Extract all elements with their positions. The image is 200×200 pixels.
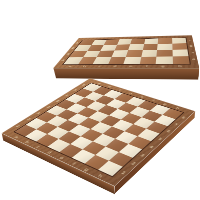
board-square	[156, 56, 173, 64]
board-square	[138, 129, 160, 142]
board-square	[72, 149, 96, 163]
open-board-file-labels-bottom: abcdefgh	[9, 133, 111, 182]
coordinate-label: g	[83, 167, 90, 171]
folded-board-front-edge	[53, 68, 199, 80]
board-square	[112, 120, 133, 132]
open-board-grid	[13, 83, 184, 178]
board-square	[25, 129, 47, 141]
board-square	[123, 57, 141, 64]
board-square	[70, 136, 93, 149]
open-chessboard: abcdefgh abcdefgh 87654321 87654321	[2, 78, 195, 186]
board-square	[103, 127, 125, 139]
coordinate-label: 1	[188, 40, 191, 42]
board-square	[81, 129, 103, 141]
board-square	[47, 127, 69, 139]
board-square	[59, 132, 81, 145]
board-square	[98, 161, 123, 176]
coordinate-label: 3	[191, 52, 195, 54]
board-square	[172, 56, 189, 64]
board-square	[119, 144, 142, 158]
product-photo: abcdefgh 1234 1234 abcdefgh abcdefgh 876…	[0, 0, 200, 200]
coordinate-label: 4	[192, 59, 196, 61]
board-square	[115, 131, 137, 144]
board-square	[128, 136, 151, 149]
board-square	[91, 122, 112, 134]
coordinate-label: c	[36, 145, 42, 149]
coordinate-label: f	[72, 162, 77, 166]
board-square	[125, 124, 147, 136]
board-square	[146, 122, 168, 134]
board-square	[69, 124, 91, 136]
open-board-face: abcdefgh abcdefgh 87654321 87654321	[2, 78, 195, 186]
board-square	[48, 139, 71, 152]
coordinate-label: e	[59, 156, 65, 160]
board-square	[109, 152, 133, 167]
board-square	[36, 134, 58, 147]
board-square	[139, 57, 156, 65]
board-square	[93, 134, 115, 147]
board-square	[59, 144, 82, 158]
board-square	[85, 155, 109, 170]
board-square	[83, 141, 106, 155]
folded-board-face: abcdefgh 1234 1234	[53, 35, 199, 68]
folded-board-grid	[62, 37, 191, 64]
coordinate-label: a	[14, 135, 20, 138]
folded-chessboard: abcdefgh 1234 1234	[53, 35, 199, 68]
coordinate-label: d	[47, 150, 53, 154]
board-square	[106, 139, 129, 152]
open-board-rank-labels-right: 87654321	[114, 113, 190, 179]
coordinate-label: b	[24, 140, 30, 144]
board-square	[95, 147, 118, 161]
coordinate-label: h	[97, 173, 104, 178]
coordinate-label: 2	[189, 45, 192, 47]
